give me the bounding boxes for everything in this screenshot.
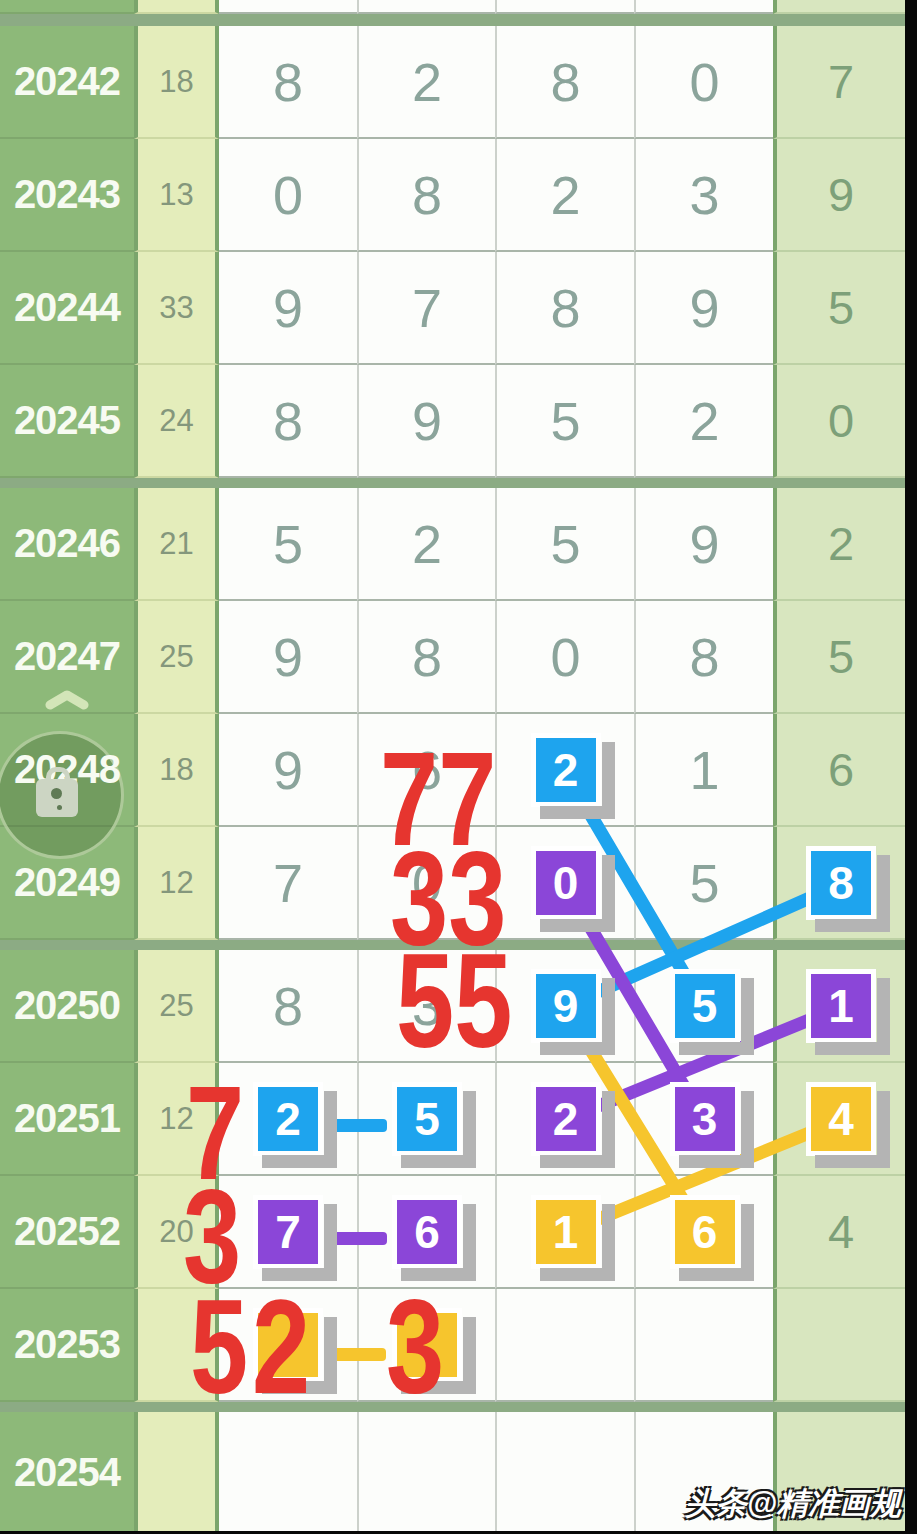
marked-digit-box-blue: 2 <box>253 1082 323 1156</box>
chart-row: 20253 <box>0 1289 905 1402</box>
digit-cell: 2 <box>634 365 773 478</box>
digit-value: 9 <box>273 626 303 688</box>
sum-value: 25 <box>159 988 193 1024</box>
marked-digit-box-purple: 2 <box>531 1082 601 1156</box>
tail-digit-cell: 9 <box>773 139 905 252</box>
tail-digit-cell: 7 <box>773 26 905 139</box>
period-cell: 20244 <box>0 252 134 365</box>
marked-digit-box-yellow: 6 <box>670 1195 740 1269</box>
digit-cell: 8 <box>219 950 357 1063</box>
period-label: 20244 <box>14 285 120 330</box>
digit-value: 0 <box>273 164 303 226</box>
marked-digit-box-blue: 9 <box>531 969 601 1043</box>
marked-digit-box-blue: 5 <box>392 1082 462 1156</box>
digit-cell <box>495 1412 634 1534</box>
digit-cell: 2 <box>357 26 495 139</box>
chart-row <box>0 0 905 14</box>
period-cell: 20252 <box>0 1176 134 1289</box>
digit-cell: 5 <box>495 488 634 601</box>
digit-cell: 2 <box>495 139 634 252</box>
digit-value: 8 <box>550 51 580 113</box>
digit-value: 9 <box>412 390 442 452</box>
digit-value: 8 <box>273 51 303 113</box>
digit-cell: 7 <box>219 827 357 940</box>
marked-digit-box-purple: 3 <box>670 1082 740 1156</box>
marked-digit-box-yellow: 1 <box>531 1195 601 1269</box>
tail-digit-value: 2 <box>828 516 854 571</box>
digit-cell: 5 <box>495 365 634 478</box>
digit-cell: 9 <box>357 365 495 478</box>
digit-cell: 8 <box>219 26 357 139</box>
period-cell: 20245 <box>0 365 134 478</box>
digit-cell: 9 <box>219 601 357 714</box>
digit-cell <box>495 1289 634 1402</box>
digit-cell: 7 <box>357 252 495 365</box>
sum-value: 18 <box>159 752 193 788</box>
chart-row: 202462152592 <box>0 488 905 601</box>
digit-value: 5 <box>273 513 303 575</box>
tail-digit-cell <box>773 1289 905 1402</box>
sum-cell: 25 <box>134 601 219 714</box>
digit-value: 9 <box>689 513 719 575</box>
tail-digit-cell <box>773 0 905 14</box>
digit-cell: 8 <box>495 26 634 139</box>
digit-value: 3 <box>689 164 719 226</box>
digit-cell: 2 <box>495 714 634 827</box>
marked-digit-box-purple: 1 <box>806 969 876 1043</box>
marked-digit-box-blue: 5 <box>670 969 740 1043</box>
digit-value: 2 <box>689 390 719 452</box>
chart-row: 202472598085 <box>0 601 905 714</box>
sum-cell <box>134 0 219 14</box>
digit-cell: 8 <box>357 601 495 714</box>
marked-digit-box-blue: 2 <box>531 733 601 807</box>
sum-cell: 24 <box>134 365 219 478</box>
digit-cell <box>357 0 495 14</box>
period-cell: 20243 <box>0 139 134 252</box>
tail-digit-cell: 8 <box>773 827 905 940</box>
sum-cell: 18 <box>134 714 219 827</box>
marked-digit-box-purple: 7 <box>253 1195 323 1269</box>
tail-digit-value: 5 <box>828 629 854 684</box>
tail-digit-value: 7 <box>828 54 854 109</box>
tail-digit-value: 4 <box>828 1204 854 1259</box>
sum-cell <box>134 1412 219 1534</box>
collapse-chevron-icon[interactable] <box>44 690 90 710</box>
digit-value: 9 <box>273 277 303 339</box>
sum-value: 18 <box>159 64 193 100</box>
period-cell: 20242 <box>0 26 134 139</box>
tail-digit-cell: 4 <box>773 1176 905 1289</box>
lottery-trend-chart: 2024218828072024313082392024433978952024… <box>0 0 917 1534</box>
chart-row: 202421882807 <box>0 26 905 139</box>
digit-value: 8 <box>273 390 303 452</box>
marked-digit-box-blue: 8 <box>806 846 876 920</box>
digit-cell: 5 <box>219 488 357 601</box>
digit-cell: 0 <box>495 601 634 714</box>
chart-row: 202452489520 <box>0 365 905 478</box>
period-cell <box>0 0 134 14</box>
digit-value: 2 <box>412 51 442 113</box>
digit-cell: 3 <box>634 139 773 252</box>
digit-cell: 9 <box>219 252 357 365</box>
digit-value: 7 <box>412 277 442 339</box>
red-annotation-digit: 5 <box>190 1280 248 1414</box>
red-annotation-digit: 2 <box>252 1280 310 1414</box>
watermark: 头条@精准画规 <box>685 1483 901 1525</box>
digit-cell: 1 <box>634 714 773 827</box>
digit-value: 8 <box>412 164 442 226</box>
sum-cell: 21 <box>134 488 219 601</box>
tail-digit-cell: 6 <box>773 714 905 827</box>
digit-value: 8 <box>689 626 719 688</box>
sum-cell: 12 <box>134 827 219 940</box>
digit-cell: 1 <box>495 1176 634 1289</box>
sum-value: 24 <box>159 403 193 439</box>
digit-cell <box>219 1412 357 1534</box>
period-label: 20247 <box>14 634 120 679</box>
digit-cell: 8 <box>495 252 634 365</box>
period-label: 20253 <box>14 1322 120 1367</box>
digit-cell: 8 <box>634 601 773 714</box>
digit-value: 1 <box>689 739 719 801</box>
tail-digit-cell: 0 <box>773 365 905 478</box>
sum-value: 25 <box>159 639 193 675</box>
digit-value: 0 <box>689 51 719 113</box>
period-cell: 20246 <box>0 488 134 601</box>
tail-digit-cell: 4 <box>773 1063 905 1176</box>
digit-value: 5 <box>550 390 580 452</box>
sum-cell: 18 <box>134 26 219 139</box>
sum-cell: 25 <box>134 950 219 1063</box>
period-cell: 20247 <box>0 601 134 714</box>
digit-cell: 0 <box>634 26 773 139</box>
digit-cell <box>495 0 634 14</box>
digit-cell <box>634 1289 773 1402</box>
period-label: 20243 <box>14 172 120 217</box>
red-annotation-digit: 55 <box>396 934 512 1068</box>
tail-digit-cell: 5 <box>773 601 905 714</box>
digit-cell <box>634 0 773 14</box>
digit-cell: 9 <box>219 714 357 827</box>
digit-value: 8 <box>273 975 303 1037</box>
sum-cell: 33 <box>134 252 219 365</box>
period-label: 20242 <box>14 59 120 104</box>
period-cell: 20254 <box>0 1412 134 1534</box>
tail-digit-value: 5 <box>828 280 854 335</box>
period-label: 20250 <box>14 983 120 1028</box>
marked-digit-box-yellow: 4 <box>806 1082 876 1156</box>
tail-digit-cell: 1 <box>773 950 905 1063</box>
period-label: 20254 <box>14 1450 120 1495</box>
period-label: 20245 <box>14 398 120 443</box>
digit-cell: 8 <box>219 365 357 478</box>
sum-value: 13 <box>159 177 193 213</box>
marked-digit-box-purple: 0 <box>531 846 601 920</box>
lock-icon[interactable] <box>36 779 78 817</box>
group-divider <box>0 1402 905 1412</box>
chart-row: 202522076164 <box>0 1176 905 1289</box>
group-divider <box>0 478 905 488</box>
screen-edge-strip <box>905 0 917 1534</box>
digit-value: 9 <box>689 277 719 339</box>
tail-digit-value: 0 <box>828 393 854 448</box>
group-divider <box>0 14 905 26</box>
digit-value: 8 <box>412 626 442 688</box>
digit-cell <box>357 1412 495 1534</box>
sum-value: 33 <box>159 290 193 326</box>
period-label: 20252 <box>14 1209 120 1254</box>
digit-value: 2 <box>550 164 580 226</box>
period-label: 20251 <box>14 1096 120 1141</box>
digit-cell: 9 <box>634 488 773 601</box>
digit-cell: 2 <box>357 488 495 601</box>
tail-digit-value: 9 <box>828 167 854 222</box>
digit-cell <box>219 0 357 14</box>
marked-digit-box-purple: 6 <box>392 1195 462 1269</box>
sum-value: 12 <box>159 865 193 901</box>
sum-value: 21 <box>159 526 193 562</box>
period-label: 20246 <box>14 521 120 566</box>
period-cell: 20253 <box>0 1289 134 1402</box>
sum-cell: 13 <box>134 139 219 252</box>
digit-value: 5 <box>550 513 580 575</box>
tail-digit-cell: 5 <box>773 252 905 365</box>
tail-digit-value: 6 <box>828 742 854 797</box>
digit-cell: 0 <box>219 139 357 252</box>
digit-cell: 9 <box>634 252 773 365</box>
chart-row: 202511225234 <box>0 1063 905 1176</box>
tail-digit-cell: 2 <box>773 488 905 601</box>
digit-cell: 8 <box>357 139 495 252</box>
digit-value: 5 <box>689 852 719 914</box>
digit-value: 2 <box>412 513 442 575</box>
red-annotation-digit: 3 <box>386 1280 444 1414</box>
chart-row: 202431308239 <box>0 139 905 252</box>
period-cell: 20251 <box>0 1063 134 1176</box>
period-label: 20249 <box>14 860 120 905</box>
digit-value: 8 <box>550 277 580 339</box>
chart-row: 202443397895 <box>0 252 905 365</box>
digit-value: 9 <box>273 739 303 801</box>
period-cell: 20250 <box>0 950 134 1063</box>
digit-value: 7 <box>273 852 303 914</box>
digit-value: 0 <box>550 626 580 688</box>
